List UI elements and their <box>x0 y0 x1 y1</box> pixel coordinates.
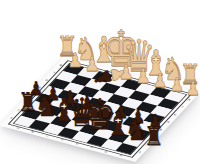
white-pawn-4[interactable]: ♟ <box>135 66 150 86</box>
white-pawn-1[interactable]: ♟ <box>67 50 82 70</box>
white-pawn-6[interactable]: ♟ <box>170 75 184 94</box>
pieces-layer: ♜♞♝♚♛♝♞♜♟♟♟♟♟♟♟♟♟♟♟♟♟♟♟♟♜♞♝♛♚♝♞♜ <box>0 0 200 164</box>
black-rook-kingside[interactable]: ♜ <box>144 123 164 149</box>
white-pawn-5[interactable]: ♟ <box>153 71 167 90</box>
chess-set-photo: abcdefgh 87654321 87654321 ♜♞♝♚♛♝♞♜♟♟♟♟♟… <box>0 0 200 164</box>
white-pawn-7[interactable]: ♟ <box>186 79 200 98</box>
white-pawn-3[interactable]: ♟ <box>118 62 133 82</box>
